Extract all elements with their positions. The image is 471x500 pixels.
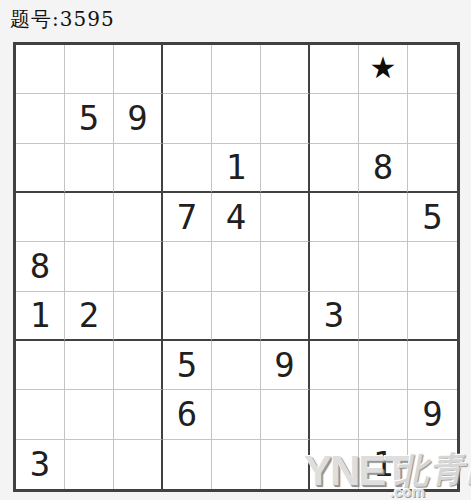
cell-r2c2[interactable]: 5 [65, 94, 114, 143]
cell-r5c1[interactable]: 8 [16, 242, 65, 291]
cell-r8c2[interactable] [65, 390, 114, 439]
cell-r5c4[interactable] [163, 242, 212, 291]
cell-r4c6[interactable] [261, 193, 310, 242]
cell-r7c7[interactable] [310, 341, 359, 390]
cell-r2c9[interactable] [408, 94, 457, 143]
cell-r1c9[interactable] [408, 45, 457, 94]
cell-r2c1[interactable] [16, 94, 65, 143]
cell-r3c2[interactable] [65, 144, 114, 193]
cell-r7c9[interactable] [408, 341, 457, 390]
cell-r5c5[interactable] [212, 242, 261, 291]
cell-r6c4[interactable] [163, 292, 212, 341]
cell-r5c8[interactable] [359, 242, 408, 291]
cell-r7c4[interactable]: 5 [163, 341, 212, 390]
cell-r9c3[interactable] [114, 440, 163, 489]
cell-r7c6[interactable]: 9 [261, 341, 310, 390]
cell-r2c4[interactable] [163, 94, 212, 143]
cell-r4c2[interactable] [65, 193, 114, 242]
cell-r6c6[interactable] [261, 292, 310, 341]
cell-r3c5[interactable]: 1 [212, 144, 261, 193]
cell-r6c3[interactable] [114, 292, 163, 341]
cell-r2c3[interactable]: 9 [114, 94, 163, 143]
cell-r2c7[interactable] [310, 94, 359, 143]
cell-r9c6[interactable] [261, 440, 310, 489]
cell-r9c4[interactable] [163, 440, 212, 489]
cell-r8c6[interactable] [261, 390, 310, 439]
cell-r7c3[interactable] [114, 341, 163, 390]
cell-r4c4[interactable]: 7 [163, 193, 212, 242]
cell-r7c2[interactable] [65, 341, 114, 390]
page-title: 题号:3595 [10, 6, 115, 33]
cell-r8c8[interactable] [359, 390, 408, 439]
cell-r2c5[interactable] [212, 94, 261, 143]
cell-r5c3[interactable] [114, 242, 163, 291]
cell-r4c7[interactable] [310, 193, 359, 242]
cell-r8c5[interactable] [212, 390, 261, 439]
cell-r6c8[interactable] [359, 292, 408, 341]
cell-r3c7[interactable] [310, 144, 359, 193]
cell-r5c6[interactable] [261, 242, 310, 291]
cell-r2c8[interactable] [359, 94, 408, 143]
cell-r9c9[interactable] [408, 440, 457, 489]
cell-r9c7[interactable] [310, 440, 359, 489]
cell-r3c1[interactable] [16, 144, 65, 193]
cell-r3c3[interactable] [114, 144, 163, 193]
cell-r8c4[interactable]: 6 [163, 390, 212, 439]
cell-r4c3[interactable] [114, 193, 163, 242]
sudoku-grid: ★59187458123596931 [13, 42, 460, 492]
cell-r1c6[interactable] [261, 45, 310, 94]
cell-r6c9[interactable] [408, 292, 457, 341]
cell-r4c1[interactable] [16, 193, 65, 242]
cell-r3c9[interactable] [408, 144, 457, 193]
cell-r6c1[interactable]: 1 [16, 292, 65, 341]
cell-r2c6[interactable] [261, 94, 310, 143]
cell-r1c7[interactable] [310, 45, 359, 94]
cell-r9c8[interactable]: 1 [359, 440, 408, 489]
cell-r8c9[interactable]: 9 [408, 390, 457, 439]
cell-r9c2[interactable] [65, 440, 114, 489]
cell-r8c7[interactable] [310, 390, 359, 439]
cell-r4c5[interactable]: 4 [212, 193, 261, 242]
cell-r1c3[interactable] [114, 45, 163, 94]
cell-r1c2[interactable] [65, 45, 114, 94]
cell-r5c2[interactable] [65, 242, 114, 291]
cell-r7c8[interactable] [359, 341, 408, 390]
cell-r6c5[interactable] [212, 292, 261, 341]
cell-r1c5[interactable] [212, 45, 261, 94]
cell-r4c9[interactable]: 5 [408, 193, 457, 242]
cell-r1c1[interactable] [16, 45, 65, 94]
cell-r3c8[interactable]: 8 [359, 144, 408, 193]
cell-r6c7[interactable]: 3 [310, 292, 359, 341]
cell-r9c1[interactable]: 3 [16, 440, 65, 489]
cell-r5c9[interactable] [408, 242, 457, 291]
cell-r7c5[interactable] [212, 341, 261, 390]
cell-r3c6[interactable] [261, 144, 310, 193]
cell-r1c4[interactable] [163, 45, 212, 94]
cell-r4c8[interactable] [359, 193, 408, 242]
cell-r6c2[interactable]: 2 [65, 292, 114, 341]
cell-r9c5[interactable] [212, 440, 261, 489]
cell-r1c8[interactable]: ★ [359, 45, 408, 94]
cell-r7c1[interactable] [16, 341, 65, 390]
cell-r3c4[interactable] [163, 144, 212, 193]
cell-r8c1[interactable] [16, 390, 65, 439]
cell-r5c7[interactable] [310, 242, 359, 291]
cell-r8c3[interactable] [114, 390, 163, 439]
